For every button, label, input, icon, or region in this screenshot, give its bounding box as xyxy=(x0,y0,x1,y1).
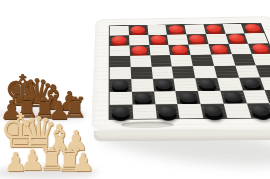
board-square[interactable] xyxy=(169,44,191,55)
board-square[interactable] xyxy=(151,66,174,78)
board-square[interactable] xyxy=(131,79,154,92)
board-square[interactable] xyxy=(155,104,180,118)
board-square[interactable] xyxy=(235,65,260,77)
board-square[interactable] xyxy=(110,45,130,56)
board-square[interactable] xyxy=(110,67,131,79)
board-square[interactable] xyxy=(130,67,152,79)
board-square[interactable] xyxy=(110,105,133,119)
board-square[interactable] xyxy=(184,24,205,34)
red-checker[interactable] xyxy=(150,35,166,43)
red-checker[interactable] xyxy=(211,44,229,52)
board-top-surface xyxy=(91,16,270,131)
board-square[interactable] xyxy=(248,43,270,54)
red-checker[interactable] xyxy=(189,35,206,43)
board-square[interactable] xyxy=(110,26,129,36)
board-grid xyxy=(109,23,270,120)
board-front-edge xyxy=(94,129,270,141)
board-square[interactable] xyxy=(195,78,220,91)
board-square[interactable] xyxy=(132,91,155,105)
board-square[interactable] xyxy=(238,77,264,90)
board-square[interactable] xyxy=(129,35,149,45)
black-checker[interactable] xyxy=(158,105,177,116)
black-checker[interactable] xyxy=(223,91,243,101)
finger-groove xyxy=(121,121,174,128)
board-square[interactable] xyxy=(132,104,156,118)
black-checker[interactable] xyxy=(155,79,173,89)
board-square[interactable] xyxy=(154,91,178,105)
board-square[interactable] xyxy=(223,104,250,118)
board-square[interactable] xyxy=(128,25,148,35)
board-square[interactable] xyxy=(265,90,270,104)
board-square[interactable] xyxy=(110,91,133,105)
board-square[interactable] xyxy=(186,34,208,44)
board-square[interactable] xyxy=(252,54,270,66)
board-square[interactable] xyxy=(241,23,264,33)
checkers-board xyxy=(91,16,270,131)
board-square[interactable] xyxy=(148,35,169,45)
red-checker[interactable] xyxy=(206,25,223,33)
board-square[interactable] xyxy=(167,34,188,44)
red-checker[interactable] xyxy=(171,45,188,53)
board-square[interactable] xyxy=(193,66,217,78)
board-square[interactable] xyxy=(150,55,172,67)
board-square[interactable] xyxy=(110,56,131,67)
black-checker[interactable] xyxy=(112,106,130,117)
board-square[interactable] xyxy=(149,45,170,56)
red-checker[interactable] xyxy=(132,46,148,54)
board-square[interactable] xyxy=(172,66,195,78)
board-square[interactable] xyxy=(191,55,214,67)
board-square[interactable] xyxy=(200,104,227,118)
board-square[interactable] xyxy=(147,25,167,35)
board-square[interactable] xyxy=(176,91,201,105)
black-checker[interactable] xyxy=(249,104,270,115)
board-square[interactable] xyxy=(220,90,246,104)
red-checker[interactable] xyxy=(251,44,270,52)
red-checker[interactable] xyxy=(228,34,246,42)
board-square[interactable] xyxy=(242,90,269,104)
board-square[interactable] xyxy=(246,103,270,117)
board-square[interactable] xyxy=(256,65,270,77)
board-square[interactable] xyxy=(130,56,151,67)
board-square[interactable] xyxy=(110,79,132,92)
black-checker[interactable] xyxy=(112,80,129,90)
red-checker[interactable] xyxy=(112,36,127,44)
black-checker[interactable] xyxy=(178,92,197,102)
board-square[interactable] xyxy=(170,55,193,67)
board-square[interactable] xyxy=(217,78,243,91)
black-checker[interactable] xyxy=(198,79,217,89)
board-square[interactable] xyxy=(178,104,204,118)
board-square[interactable] xyxy=(110,35,130,45)
board-square[interactable] xyxy=(188,44,211,55)
board-square[interactable] xyxy=(152,78,175,91)
light-chess-pawn[interactable]: ♟ xyxy=(72,150,94,175)
black-checker[interactable] xyxy=(268,91,270,102)
board-square[interactable] xyxy=(129,45,150,56)
board-square[interactable] xyxy=(260,77,270,90)
black-checker[interactable] xyxy=(241,78,261,88)
red-checker[interactable] xyxy=(244,24,262,32)
board-square[interactable] xyxy=(214,66,239,78)
board-square[interactable] xyxy=(245,33,269,43)
board-square[interactable] xyxy=(198,90,224,104)
black-checker[interactable] xyxy=(203,105,223,116)
red-checker[interactable] xyxy=(130,26,145,34)
red-checker[interactable] xyxy=(168,25,184,33)
board-square[interactable] xyxy=(166,25,187,35)
board-square[interactable] xyxy=(174,78,198,91)
black-checker[interactable] xyxy=(134,92,152,102)
